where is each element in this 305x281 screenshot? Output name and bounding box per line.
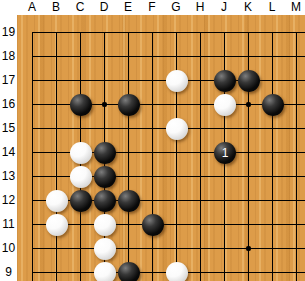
column-label-L: L [264, 0, 280, 15]
row-label-10: 10 [0, 241, 17, 255]
column-label-G: G [168, 0, 184, 15]
grid-line-row-10 [32, 248, 305, 249]
row-label-14: 14 [0, 145, 17, 159]
grid-line-col-A [32, 32, 33, 281]
black-stone-j17[interactable] [214, 70, 236, 92]
row-label-11: 11 [0, 217, 17, 231]
black-stone-f11[interactable] [142, 214, 164, 236]
black-stone-e16[interactable] [118, 94, 140, 116]
grid-line-col-E [128, 32, 129, 281]
white-stone-d9[interactable] [94, 262, 116, 281]
black-stone-e9[interactable] [118, 262, 140, 281]
white-stone-b11[interactable] [46, 214, 68, 236]
grid-line-row-11 [32, 224, 305, 225]
star-point-k10 [246, 246, 251, 251]
row-label-17: 17 [0, 73, 17, 87]
column-label-A: A [24, 0, 40, 15]
white-stone-g17[interactable] [166, 70, 188, 92]
black-stone-k17[interactable] [238, 70, 260, 92]
column-label-D: D [96, 0, 112, 15]
column-label-C: C [72, 0, 88, 15]
column-label-J: J [216, 0, 232, 15]
row-label-13: 13 [0, 169, 17, 183]
column-label-B: B [48, 0, 64, 15]
grid-line-col-H [200, 32, 201, 281]
black-stone-e12[interactable] [118, 190, 140, 212]
grid-line-col-L [272, 32, 273, 281]
star-point-k16 [246, 102, 251, 107]
black-stone-c16[interactable] [70, 94, 92, 116]
white-stone-c13[interactable] [70, 166, 92, 188]
grid-line-row-19 [32, 32, 305, 33]
grid-line-col-F [152, 32, 153, 281]
grid-line-col-M [296, 32, 297, 281]
column-label-E: E [120, 0, 136, 15]
row-label-15: 15 [0, 121, 17, 135]
white-stone-d11[interactable] [94, 214, 116, 236]
black-stone-l16[interactable] [262, 94, 284, 116]
star-point-d16 [102, 102, 107, 107]
grid-line-col-B [56, 32, 57, 281]
white-stone-d10[interactable] [94, 238, 116, 260]
go-app-window: ABCDEFGHJKLM 191817161514131211109 1 [0, 0, 305, 281]
column-label-H: H [192, 0, 208, 15]
row-label-12: 12 [0, 193, 17, 207]
column-label-M: M [288, 0, 304, 15]
column-label-K: K [240, 0, 256, 15]
row-label-9: 9 [0, 265, 17, 279]
black-stone-j14[interactable] [214, 142, 236, 164]
white-stone-b12[interactable] [46, 190, 68, 212]
column-label-F: F [144, 0, 160, 15]
row-label-16: 16 [0, 97, 17, 111]
white-stone-g15[interactable] [166, 118, 188, 140]
white-stone-c14[interactable] [70, 142, 92, 164]
black-stone-d13[interactable] [94, 166, 116, 188]
black-stone-c12[interactable] [70, 190, 92, 212]
go-board[interactable]: 1 [17, 15, 305, 281]
black-stone-d14[interactable] [94, 142, 116, 164]
row-label-19: 19 [0, 25, 17, 39]
white-stone-g9[interactable] [166, 262, 188, 281]
row-label-18: 18 [0, 49, 17, 63]
grid-line-row-18 [32, 56, 305, 57]
white-stone-j16[interactable] [214, 94, 236, 116]
black-stone-d12[interactable] [94, 190, 116, 212]
